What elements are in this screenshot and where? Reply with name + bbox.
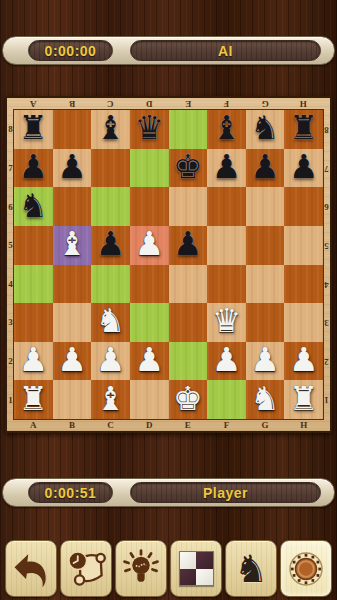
square-g7[interactable]: ♟ [246, 149, 285, 188]
piece-bB: ♝ [96, 111, 126, 144]
coordinate-label: E [169, 98, 208, 110]
piece-bP: ♟ [212, 150, 242, 183]
coordinate-label: 7 [323, 149, 330, 188]
piece-bP: ♟ [96, 227, 126, 260]
toolbar: ♞ [5, 540, 332, 597]
coordinate-label: 6 [7, 187, 14, 226]
square-e1[interactable]: ♚ [169, 380, 208, 419]
square-g8[interactable]: ♞ [246, 110, 285, 149]
square-f5[interactable] [207, 226, 246, 265]
square-c5[interactable]: ♟ [91, 226, 130, 265]
square-h2[interactable]: ♟ [284, 342, 323, 381]
square-a2[interactable]: ♟ [14, 342, 53, 381]
square-h7[interactable]: ♟ [284, 149, 323, 188]
piece-bN: ♞ [250, 111, 280, 144]
chess-board: ♜♝♛♝♞♜♟♟♚♟♟♟♞♝♟♟♟♞♛♟♟♟♟♟♟♟♜♝♚♞♜ [14, 110, 323, 419]
chess-board-frame: ABCDEFGH 87654321 87654321 ABCDEFGH ♜♝♛♝… [5, 96, 332, 433]
piece-bK: ♚ [173, 150, 203, 183]
square-h8[interactable]: ♜ [284, 110, 323, 149]
rank-labels-left: 87654321 [7, 110, 14, 419]
square-f2[interactable]: ♟ [207, 342, 246, 381]
piece-bP: ♟ [57, 150, 87, 183]
coordinate-label: 7 [7, 149, 14, 188]
square-d3[interactable] [130, 303, 169, 342]
square-e4[interactable] [169, 265, 208, 304]
piece-wB: ♝ [96, 382, 126, 415]
square-d6[interactable] [130, 187, 169, 226]
square-f7[interactable]: ♟ [207, 149, 246, 188]
square-c1[interactable]: ♝ [91, 380, 130, 419]
piece-wN: ♞ [250, 382, 280, 415]
square-a1[interactable]: ♜ [14, 380, 53, 419]
square-a3[interactable] [14, 303, 53, 342]
square-c2[interactable]: ♟ [91, 342, 130, 381]
player-clock: 0:00:51 [28, 482, 113, 503]
knight-icon: ♞ [234, 550, 268, 588]
undo-icon [9, 547, 53, 591]
square-e5[interactable]: ♟ [169, 226, 208, 265]
coordinate-label: B [53, 98, 92, 110]
square-d5[interactable]: ♟ [130, 226, 169, 265]
square-g3[interactable] [246, 303, 285, 342]
piece-wR: ♜ [289, 382, 319, 415]
square-b8[interactable] [53, 110, 92, 149]
square-e2[interactable] [169, 342, 208, 381]
piece-wB: ♝ [57, 227, 87, 260]
board-style-button[interactable] [170, 540, 222, 597]
piece-wP: ♟ [289, 343, 319, 376]
piece-bB: ♝ [212, 111, 242, 144]
square-c3[interactable]: ♞ [91, 303, 130, 342]
piece-style-button[interactable]: ♞ [225, 540, 277, 597]
square-b3[interactable] [53, 303, 92, 342]
checkerboard-icon [179, 551, 214, 586]
square-f6[interactable] [207, 187, 246, 226]
piece-wR: ♜ [19, 382, 49, 415]
move-history-scroll-icon [64, 547, 108, 591]
square-c4[interactable] [91, 265, 130, 304]
square-g6[interactable] [246, 187, 285, 226]
square-e8[interactable] [169, 110, 208, 149]
move-history-button[interactable] [60, 540, 112, 597]
file-labels-bottom: ABCDEFGH [14, 419, 323, 431]
wheel-icon [284, 547, 328, 591]
square-h4[interactable] [284, 265, 323, 304]
square-a8[interactable]: ♜ [14, 110, 53, 149]
ai-clock-value: 0:00:00 [45, 44, 97, 58]
piece-wN: ♞ [96, 304, 126, 337]
square-b5[interactable]: ♝ [53, 226, 92, 265]
hint-bulb-icon [119, 547, 163, 591]
ai-name-plate: AI [130, 40, 321, 61]
square-a5[interactable] [14, 226, 53, 265]
coordinate-label: 4 [7, 265, 14, 304]
coordinate-label: 3 [7, 303, 14, 342]
piece-bN: ♞ [19, 189, 49, 222]
piece-wP: ♟ [57, 343, 87, 376]
square-e6[interactable] [169, 187, 208, 226]
settings-button[interactable] [280, 540, 332, 597]
square-d7[interactable] [130, 149, 169, 188]
coordinate-label: E [169, 419, 208, 431]
square-h6[interactable] [284, 187, 323, 226]
square-f4[interactable] [207, 265, 246, 304]
square-b4[interactable] [53, 265, 92, 304]
piece-wP: ♟ [19, 343, 49, 376]
square-g2[interactable]: ♟ [246, 342, 285, 381]
coordinate-label: 2 [323, 342, 330, 381]
square-e3[interactable] [169, 303, 208, 342]
hint-button[interactable] [115, 540, 167, 597]
square-c8[interactable]: ♝ [91, 110, 130, 149]
coordinate-label: H [284, 419, 323, 431]
square-c7[interactable] [91, 149, 130, 188]
square-f3[interactable]: ♛ [207, 303, 246, 342]
square-b7[interactable]: ♟ [53, 149, 92, 188]
coordinate-label: 3 [323, 303, 330, 342]
square-c6[interactable] [91, 187, 130, 226]
coordinate-label: 4 [323, 265, 330, 304]
piece-wK: ♚ [173, 382, 203, 415]
square-b2[interactable]: ♟ [53, 342, 92, 381]
square-d4[interactable] [130, 265, 169, 304]
square-g5[interactable] [246, 226, 285, 265]
coordinate-label: 5 [7, 226, 14, 265]
piece-bP: ♟ [250, 150, 280, 183]
player-clock-value: 0:00:51 [45, 486, 97, 500]
coordinate-label: 5 [323, 226, 330, 265]
square-b6[interactable] [53, 187, 92, 226]
piece-wP: ♟ [212, 343, 242, 376]
coordinate-label: F [207, 419, 246, 431]
undo-button[interactable] [5, 540, 57, 597]
square-h1[interactable]: ♜ [284, 380, 323, 419]
piece-wP: ♟ [134, 343, 164, 376]
piece-wP: ♟ [96, 343, 126, 376]
square-f1[interactable] [207, 380, 246, 419]
square-a4[interactable] [14, 265, 53, 304]
coordinate-label: 8 [323, 110, 330, 149]
square-d2[interactable]: ♟ [130, 342, 169, 381]
rank-labels-right: 87654321 [323, 110, 330, 419]
piece-bR: ♜ [289, 111, 319, 144]
square-d8[interactable]: ♛ [130, 110, 169, 149]
ai-clock: 0:00:00 [28, 40, 113, 61]
square-h3[interactable] [284, 303, 323, 342]
coordinate-label: 8 [7, 110, 14, 149]
square-a6[interactable]: ♞ [14, 187, 53, 226]
piece-bR: ♜ [19, 111, 49, 144]
coordinate-label: C [91, 419, 130, 431]
square-f8[interactable]: ♝ [207, 110, 246, 149]
coordinate-label: G [246, 419, 285, 431]
coordinate-label: 2 [7, 342, 14, 381]
piece-wP: ♟ [250, 343, 280, 376]
chess-app: 0:00:00 AI ABCDEFGH 87654321 87654321 AB… [0, 0, 337, 600]
ai-name-label: AI [218, 44, 233, 58]
bottom-clock-bar: 0:00:51 Player [2, 478, 335, 507]
coordinate-label: D [130, 419, 169, 431]
square-b1[interactable] [53, 380, 92, 419]
square-g4[interactable] [246, 265, 285, 304]
coordinate-label: 6 [323, 187, 330, 226]
coordinate-label: 1 [7, 380, 14, 419]
piece-wP: ♟ [134, 227, 164, 260]
piece-bQ: ♛ [134, 111, 164, 144]
square-h5[interactable] [284, 226, 323, 265]
square-a7[interactable]: ♟ [14, 149, 53, 188]
piece-bP: ♟ [173, 227, 203, 260]
coordinate-label: 1 [323, 380, 330, 419]
coordinate-label: B [53, 419, 92, 431]
player-name-label: Player [203, 486, 248, 500]
top-clock-bar: 0:00:00 AI [2, 36, 335, 65]
piece-bP: ♟ [19, 150, 49, 183]
coordinate-label: A [14, 419, 53, 431]
piece-bP: ♟ [289, 150, 319, 183]
square-g1[interactable]: ♞ [246, 380, 285, 419]
player-name-plate: Player [130, 482, 321, 503]
square-d1[interactable] [130, 380, 169, 419]
piece-wQ: ♛ [212, 304, 242, 337]
square-e7[interactable]: ♚ [169, 149, 208, 188]
